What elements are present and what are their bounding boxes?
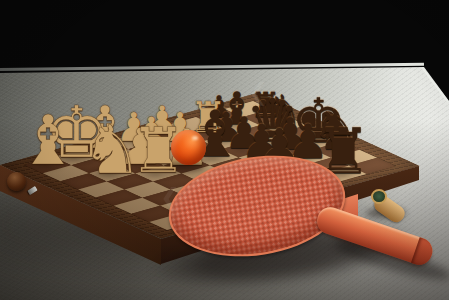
piece-shadow <box>221 122 249 128</box>
ping-pong-ball <box>171 130 206 165</box>
chess-and-ping-pong-photo: ♚♝♝♞♜♜♟♟♟♟♟♟♚♛♝♝♞♞♜♜♟♟♟♟♟♟♟ ❮ ❮ <box>0 0 449 300</box>
piece-shadow <box>317 146 351 154</box>
piece-shadow <box>88 169 130 178</box>
piece-shadow <box>212 139 237 145</box>
piece-shadow <box>228 147 255 153</box>
piece-shadow <box>251 138 288 146</box>
small-wooden-ball <box>7 172 26 191</box>
piece-shadow <box>84 146 120 154</box>
piece-shadow <box>136 147 163 153</box>
ball-highlight <box>192 136 198 140</box>
piece-shadow <box>149 131 172 136</box>
piece-shadow <box>268 123 294 129</box>
piece-shadow <box>253 115 274 120</box>
fallen-piece-felt-base <box>371 189 387 204</box>
